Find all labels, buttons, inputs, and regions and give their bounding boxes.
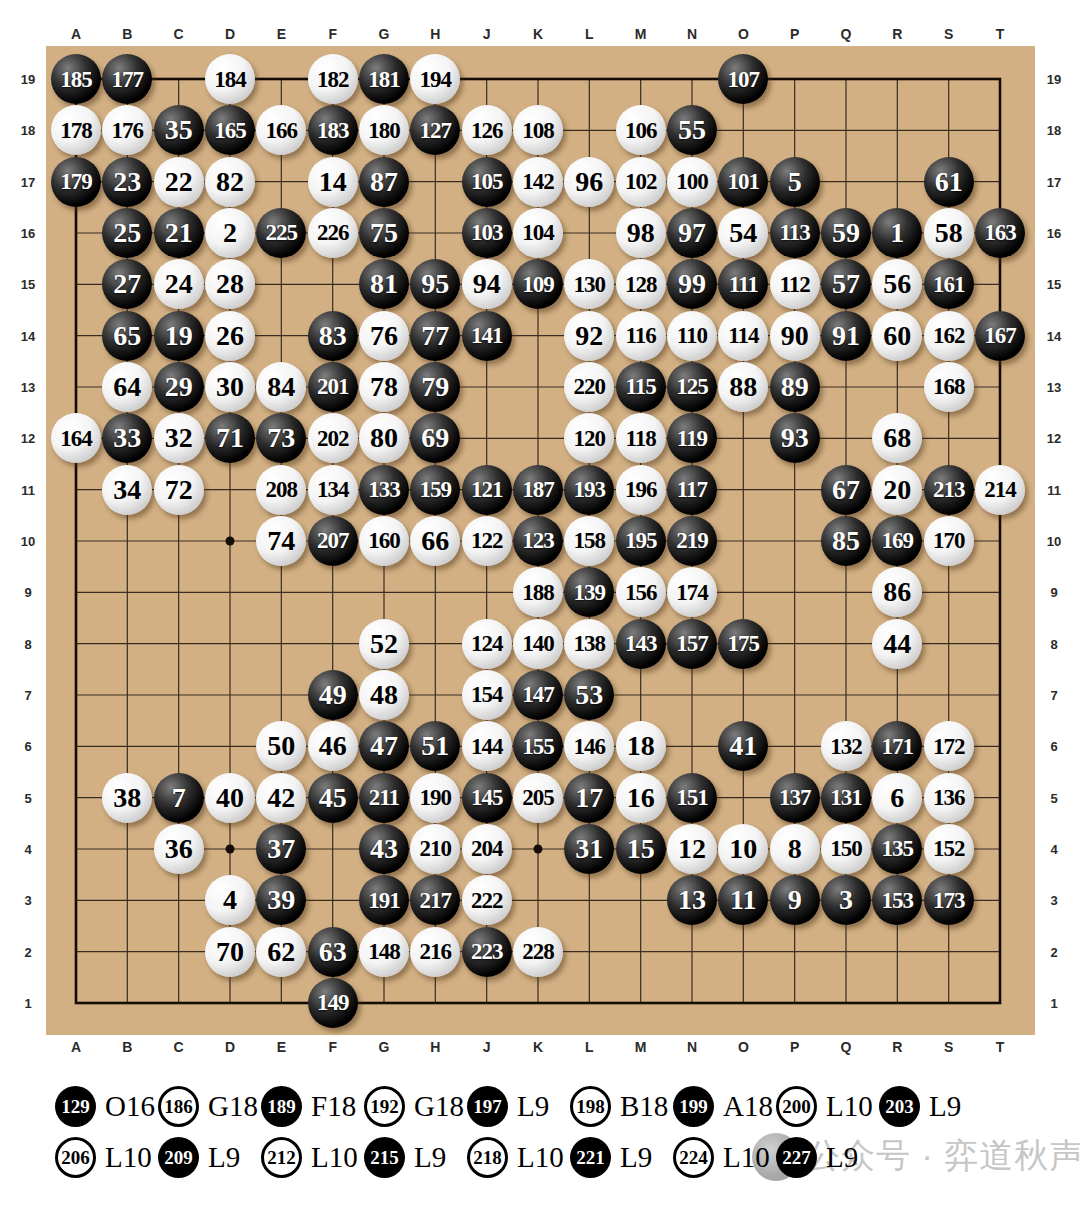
stone-H3: 217	[410, 875, 460, 925]
move-number: 70	[216, 938, 244, 966]
caption-entry-224: 224L10	[673, 1137, 776, 1178]
stone-C15: 24	[154, 259, 204, 309]
move-number: 24	[165, 270, 193, 298]
move-number: 72	[165, 476, 193, 504]
caption-point-label: L10	[311, 1141, 358, 1174]
col-label-bottom-S: S	[944, 1039, 953, 1055]
move-number: 170	[933, 529, 965, 552]
move-number: 71	[216, 424, 244, 452]
move-number: 185	[60, 68, 92, 91]
move-number: 202	[317, 427, 349, 450]
move-number: 56	[883, 270, 911, 298]
move-number: 172	[933, 735, 965, 758]
move-number: 52	[370, 630, 398, 658]
stone-K7: 147	[513, 670, 563, 720]
stone-D12: 71	[205, 413, 255, 463]
caption-entry-198: 198B18	[570, 1086, 673, 1127]
stone-O13: 88	[718, 362, 768, 412]
stone-B11: 34	[102, 465, 152, 515]
stone-S13: 168	[924, 362, 974, 412]
row-label-right-3: 3	[1050, 893, 1057, 908]
caption-stone-189: 189	[261, 1086, 302, 1127]
row-label-left-4: 4	[24, 841, 31, 856]
stone-E18: 166	[256, 105, 306, 155]
stone-A17: 179	[51, 157, 101, 207]
col-label-bottom-O: O	[738, 1039, 749, 1055]
move-number: 112	[780, 273, 810, 296]
move-number: 223	[471, 940, 503, 963]
caption-entry-199: 199A18	[673, 1086, 776, 1127]
stone-N12: 119	[667, 413, 717, 463]
move-number: 61	[935, 168, 963, 196]
stone-L9: 139	[564, 567, 614, 617]
row-label-right-15: 15	[1047, 277, 1061, 292]
move-number: 166	[266, 119, 298, 142]
row-label-left-6: 6	[24, 739, 31, 754]
row-label-right-11: 11	[1047, 482, 1061, 497]
stone-O19: 107	[718, 54, 768, 104]
col-label-top-A: A	[71, 26, 81, 42]
stone-F12: 202	[308, 413, 358, 463]
stone-N11: 117	[667, 465, 717, 515]
caption-stone-200: 200	[776, 1086, 817, 1127]
move-number: 195	[625, 529, 657, 552]
move-number: 180	[368, 119, 400, 142]
row-label-left-9: 9	[24, 585, 31, 600]
stone-P12: 93	[770, 413, 820, 463]
stone-L14: 92	[564, 311, 614, 361]
row-label-left-5: 5	[24, 790, 31, 805]
col-label-bottom-G: G	[379, 1039, 390, 1055]
move-number: 89	[781, 373, 809, 401]
col-label-top-M: M	[635, 26, 647, 42]
col-label-bottom-M: M	[635, 1039, 647, 1055]
stone-A12: 164	[51, 413, 101, 463]
stone-G14: 76	[359, 311, 409, 361]
row-label-left-19: 19	[21, 72, 35, 87]
caption-point-label: L10	[105, 1141, 152, 1174]
stone-E3: 39	[256, 875, 306, 925]
caption-stone-206: 206	[55, 1137, 96, 1178]
move-number: 35	[165, 116, 193, 144]
stone-R10: 169	[872, 516, 922, 566]
stone-D13: 30	[205, 362, 255, 412]
move-number: 140	[522, 632, 554, 655]
move-number: 118	[626, 427, 656, 450]
col-label-top-H: H	[430, 26, 440, 42]
row-label-left-7: 7	[24, 687, 31, 702]
caption-point-label: L9	[208, 1141, 240, 1174]
move-number: 93	[781, 424, 809, 452]
move-number: 27	[113, 270, 141, 298]
caption-stone-197: 197	[467, 1086, 508, 1127]
move-number: 226	[317, 221, 349, 244]
stone-K10: 123	[513, 516, 563, 566]
row-label-right-16: 16	[1047, 225, 1061, 240]
stone-G17: 87	[359, 157, 409, 207]
move-number: 13	[678, 886, 706, 914]
stone-C4: 36	[154, 824, 204, 874]
row-label-right-19: 19	[1047, 72, 1061, 87]
stone-N13: 125	[667, 362, 717, 412]
move-number: 136	[933, 786, 965, 809]
row-label-right-6: 6	[1050, 739, 1057, 754]
move-number: 14	[319, 168, 347, 196]
stone-O14: 114	[718, 311, 768, 361]
row-label-right-13: 13	[1047, 379, 1061, 394]
stone-E6: 50	[256, 721, 306, 771]
row-label-right-1: 1	[1050, 995, 1057, 1010]
stone-O16: 54	[718, 208, 768, 258]
move-number: 150	[830, 837, 862, 860]
move-number: 183	[317, 119, 349, 142]
move-number: 57	[832, 270, 860, 298]
move-number: 208	[266, 478, 298, 501]
move-number: 59	[832, 219, 860, 247]
stone-P3: 9	[770, 875, 820, 925]
move-number: 144	[471, 735, 503, 758]
move-number: 77	[421, 322, 449, 350]
stone-S6: 172	[924, 721, 974, 771]
move-number: 29	[165, 373, 193, 401]
stone-C13: 29	[154, 362, 204, 412]
stone-H15: 95	[410, 259, 460, 309]
stone-J15: 94	[462, 259, 512, 309]
caption-point-label: L10	[723, 1141, 770, 1174]
move-number: 110	[677, 324, 707, 347]
move-number: 128	[625, 273, 657, 296]
move-number: 33	[113, 424, 141, 452]
caption-entry-203: 203L9	[879, 1086, 982, 1127]
move-number: 94	[473, 270, 501, 298]
move-number: 82	[216, 168, 244, 196]
stone-M17: 102	[616, 157, 666, 207]
row-label-right-4: 4	[1050, 841, 1057, 856]
move-number: 167	[984, 324, 1016, 347]
move-number: 102	[625, 170, 657, 193]
stone-G11: 133	[359, 465, 409, 515]
col-label-bottom-B: B	[122, 1039, 132, 1055]
move-number: 142	[522, 170, 554, 193]
move-number: 181	[368, 68, 400, 91]
stone-L7: 53	[564, 670, 614, 720]
col-label-bottom-A: A	[71, 1039, 81, 1055]
move-number: 113	[780, 221, 810, 244]
stone-F19: 182	[308, 54, 358, 104]
stone-Q3: 3	[821, 875, 871, 925]
move-number: 141	[471, 324, 503, 347]
stone-G18: 180	[359, 105, 409, 155]
stone-N14: 110	[667, 311, 717, 361]
caption-entry-129: 129O16	[55, 1086, 158, 1127]
move-number: 159	[420, 478, 452, 501]
stone-E12: 73	[256, 413, 306, 463]
stone-S4: 152	[924, 824, 974, 874]
stone-R12: 68	[872, 413, 922, 463]
row-label-left-8: 8	[24, 636, 31, 651]
move-number: 95	[421, 270, 449, 298]
stone-J17: 105	[462, 157, 512, 207]
stone-E2: 62	[256, 927, 306, 977]
stone-A19: 185	[51, 54, 101, 104]
move-number: 133	[368, 478, 400, 501]
move-number: 184	[214, 68, 246, 91]
row-label-right-5: 5	[1050, 790, 1057, 805]
stone-R9: 86	[872, 567, 922, 617]
stone-B14: 65	[102, 311, 152, 361]
move-number: 162	[933, 324, 965, 347]
stone-J6: 144	[462, 721, 512, 771]
caption-line-1: 129O16186G18189F18192G18197L9198B18199A1…	[55, 1086, 982, 1127]
stone-R5: 6	[872, 773, 922, 823]
move-number: 124	[471, 632, 503, 655]
move-number: 54	[729, 219, 757, 247]
row-label-left-15: 15	[21, 277, 35, 292]
stone-J10: 122	[462, 516, 512, 566]
stone-G15: 81	[359, 259, 409, 309]
move-number: 115	[626, 375, 656, 398]
stone-C17: 22	[154, 157, 204, 207]
move-number: 84	[267, 373, 295, 401]
row-label-left-3: 3	[24, 893, 31, 908]
caption-stone-209: 209	[158, 1137, 199, 1178]
stone-R3: 153	[872, 875, 922, 925]
move-number: 79	[421, 373, 449, 401]
stone-C5: 7	[154, 773, 204, 823]
caption-entry-197: 197L9	[467, 1086, 570, 1127]
col-label-top-B: B	[122, 26, 132, 42]
move-number: 22	[165, 168, 193, 196]
stone-R4: 135	[872, 824, 922, 874]
stone-P4: 8	[770, 824, 820, 874]
col-label-top-R: R	[892, 26, 902, 42]
caption-point-label: L9	[620, 1141, 652, 1174]
stone-S3: 173	[924, 875, 974, 925]
move-number: 178	[60, 119, 92, 142]
stone-O8: 175	[718, 619, 768, 669]
caption-entry-192: 192G18	[364, 1086, 467, 1127]
stone-N15: 99	[667, 259, 717, 309]
move-number: 8	[788, 835, 802, 863]
move-number: 201	[317, 375, 349, 398]
star-point	[225, 844, 234, 853]
move-number: 101	[728, 170, 760, 193]
stone-R8: 44	[872, 619, 922, 669]
move-number: 207	[317, 529, 349, 552]
stone-K9: 188	[513, 567, 563, 617]
stone-H13: 79	[410, 362, 460, 412]
move-number: 51	[421, 732, 449, 760]
move-number: 126	[471, 119, 503, 142]
move-number: 171	[882, 735, 914, 758]
stone-J3: 222	[462, 875, 512, 925]
stone-C14: 19	[154, 311, 204, 361]
move-number: 49	[319, 681, 347, 709]
stone-H2: 216	[410, 927, 460, 977]
stone-D2: 70	[205, 927, 255, 977]
stone-L8: 138	[564, 619, 614, 669]
stone-S17: 61	[924, 157, 974, 207]
stone-Q14: 91	[821, 311, 871, 361]
move-number: 154	[471, 683, 503, 706]
move-number: 46	[319, 732, 347, 760]
stone-R15: 56	[872, 259, 922, 309]
go-board: 1851771841821811941071781763516516618318…	[46, 46, 1035, 1035]
stone-K16: 104	[513, 208, 563, 258]
stone-H18: 127	[410, 105, 460, 155]
move-number: 86	[883, 578, 911, 606]
stone-B12: 33	[102, 413, 152, 463]
move-number: 109	[522, 273, 554, 296]
caption-entry-218: 218L10	[467, 1137, 570, 1178]
move-number: 228	[522, 940, 554, 963]
stone-J2: 223	[462, 927, 512, 977]
stone-B5: 38	[102, 773, 152, 823]
stone-M11: 196	[616, 465, 666, 515]
stone-P14: 90	[770, 311, 820, 361]
move-number: 32	[165, 424, 193, 452]
col-label-top-O: O	[738, 26, 749, 42]
move-number: 187	[522, 478, 554, 501]
stone-N9: 174	[667, 567, 717, 617]
stone-O17: 101	[718, 157, 768, 207]
move-number: 121	[471, 478, 503, 501]
stone-O6: 41	[718, 721, 768, 771]
stone-F2: 63	[308, 927, 358, 977]
stone-H5: 190	[410, 773, 460, 823]
caption-entry-186: 186G18	[158, 1086, 261, 1127]
caption-stone-224: 224	[673, 1137, 714, 1178]
move-number: 81	[370, 270, 398, 298]
move-number: 177	[112, 68, 144, 91]
move-number: 125	[676, 375, 708, 398]
stone-D17: 82	[205, 157, 255, 207]
caption-stone-186: 186	[158, 1086, 199, 1127]
move-number: 152	[933, 837, 965, 860]
caption-entry-212: 212L10	[261, 1137, 364, 1178]
row-label-right-8: 8	[1050, 636, 1057, 651]
stone-H6: 51	[410, 721, 460, 771]
caption-stone-198: 198	[570, 1086, 611, 1127]
move-number: 153	[882, 889, 914, 912]
caption-stone-215: 215	[364, 1137, 405, 1178]
move-number: 104	[522, 221, 554, 244]
move-number: 17	[575, 784, 603, 812]
move-number: 120	[574, 427, 606, 450]
stone-S11: 213	[924, 465, 974, 515]
caption-stone-227: 227	[776, 1137, 817, 1178]
move-number: 26	[216, 322, 244, 350]
move-number: 196	[625, 478, 657, 501]
move-number: 194	[420, 68, 452, 91]
col-label-top-F: F	[328, 26, 337, 42]
move-number: 182	[317, 68, 349, 91]
row-label-right-9: 9	[1050, 585, 1057, 600]
row-label-left-1: 1	[24, 995, 31, 1010]
stone-D18: 165	[205, 105, 255, 155]
stone-N18: 55	[667, 105, 717, 155]
stone-P5: 137	[770, 773, 820, 823]
move-number: 83	[319, 322, 347, 350]
col-label-bottom-Q: Q	[841, 1039, 852, 1055]
stone-Q16: 59	[821, 208, 871, 258]
move-number: 210	[420, 837, 452, 860]
move-number: 63	[319, 938, 347, 966]
move-number: 123	[522, 529, 554, 552]
stone-L11: 193	[564, 465, 614, 515]
move-number: 19	[165, 322, 193, 350]
move-number: 130	[574, 273, 606, 296]
move-number: 48	[370, 681, 398, 709]
move-number: 40	[216, 784, 244, 812]
move-number: 85	[832, 527, 860, 555]
row-label-right-10: 10	[1047, 533, 1061, 548]
move-number: 6	[890, 784, 904, 812]
row-label-left-16: 16	[21, 225, 35, 240]
move-number: 176	[112, 119, 144, 142]
stone-E11: 208	[256, 465, 306, 515]
col-label-top-S: S	[944, 26, 953, 42]
col-label-top-L: L	[585, 26, 594, 42]
stone-K15: 109	[513, 259, 563, 309]
stone-Q15: 57	[821, 259, 871, 309]
caption-point-label: L9	[826, 1141, 858, 1174]
caption-point-label: L10	[826, 1090, 873, 1123]
move-number: 117	[677, 478, 707, 501]
move-number: 145	[471, 786, 503, 809]
caption-entry-215: 215L9	[364, 1137, 467, 1178]
stone-M13: 115	[616, 362, 666, 412]
move-number: 23	[113, 168, 141, 196]
col-label-bottom-E: E	[277, 1039, 286, 1055]
stone-G12: 80	[359, 413, 409, 463]
move-number: 76	[370, 322, 398, 350]
move-number: 122	[471, 529, 503, 552]
move-number: 131	[830, 786, 862, 809]
move-number: 143	[625, 632, 657, 655]
move-number: 147	[522, 683, 554, 706]
stone-G4: 43	[359, 824, 409, 874]
stone-N3: 13	[667, 875, 717, 925]
move-number: 50	[267, 732, 295, 760]
col-label-top-T: T	[996, 26, 1005, 42]
move-number: 74	[267, 527, 295, 555]
move-number: 64	[113, 373, 141, 401]
stone-S10: 170	[924, 516, 974, 566]
row-label-left-18: 18	[21, 123, 35, 138]
stone-S16: 58	[924, 208, 974, 258]
stone-R16: 1	[872, 208, 922, 258]
move-number: 31	[575, 835, 603, 863]
move-number: 158	[574, 529, 606, 552]
move-number: 60	[883, 322, 911, 350]
col-label-bottom-P: P	[790, 1039, 799, 1055]
caption-line-2: 206L10209L9212L10215L9218L10221L9224L102…	[55, 1137, 879, 1178]
stone-M9: 156	[616, 567, 666, 617]
stone-E4: 37	[256, 824, 306, 874]
caption-entry-189: 189F18	[261, 1086, 364, 1127]
stone-M14: 116	[616, 311, 666, 361]
col-label-top-G: G	[379, 26, 390, 42]
move-number: 225	[266, 221, 298, 244]
move-number: 67	[832, 476, 860, 504]
star-point	[225, 536, 234, 545]
move-number: 160	[368, 529, 400, 552]
col-label-bottom-R: R	[892, 1039, 902, 1055]
move-number: 21	[165, 219, 193, 247]
move-number: 205	[522, 786, 554, 809]
stone-F7: 49	[308, 670, 358, 720]
